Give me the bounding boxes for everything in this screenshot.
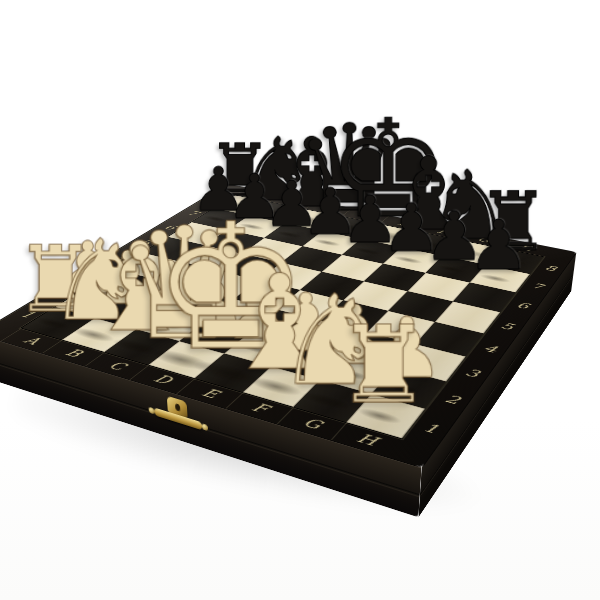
photo-background: AABBCCDDEEFFGGHH1122334455667788 ♜♞♝♛♚♝♞…: [0, 0, 600, 600]
clasp-knob-right: [202, 423, 208, 431]
scene: AABBCCDDEEFFGGHH1122334455667788 ♜♞♝♛♚♝♞…: [0, 0, 600, 600]
white-rook-glyph: ♜: [260, 311, 509, 418]
chess-board: AABBCCDDEEFFGGHH1122334455667788 ♜♞♝♛♚♝♞…: [0, 184, 576, 467]
clasp-knob-left: [149, 407, 155, 415]
